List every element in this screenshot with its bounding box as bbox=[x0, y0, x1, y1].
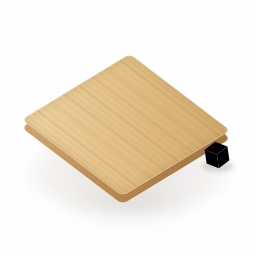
die[interactable] bbox=[198, 136, 236, 174]
pegs-layer bbox=[0, 0, 256, 256]
product-photo-stage bbox=[0, 0, 256, 256]
